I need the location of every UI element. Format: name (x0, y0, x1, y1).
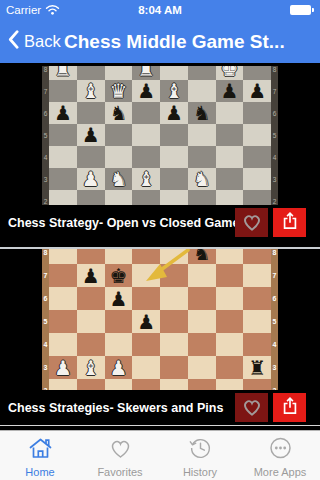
board-square (77, 310, 105, 333)
board-square: ♞ (105, 102, 133, 124)
rank-label: 8 (271, 249, 278, 264)
board-square (49, 146, 77, 168)
board-square (105, 249, 133, 264)
board-square (49, 310, 77, 333)
tab-favorites-label: Favorites (97, 466, 142, 478)
app-screen: Carrier 8:04 AM Back Chess Middle Ga (0, 0, 320, 480)
board-square (188, 310, 216, 333)
rank-label: 3 (42, 168, 49, 190)
board-square: ♚ (105, 264, 133, 287)
board-square (77, 146, 105, 168)
white-r-piece: ♜ (54, 66, 72, 79)
board-square (243, 249, 271, 264)
rank-label: 4 (42, 333, 49, 356)
more-apps-icon (267, 435, 294, 465)
board-square (49, 287, 77, 310)
battery-icon (290, 5, 314, 15)
board-square: ♟ (132, 80, 160, 102)
caption-bar: Chess Strategy- Open vs Closed Games (0, 205, 320, 240)
black-k-piece: ♚ (109, 266, 127, 286)
tab-more-apps-label: More Apps (254, 466, 307, 478)
rank-label: 5 (271, 310, 278, 333)
page-title: Chess Middle Game St... (64, 20, 285, 63)
clock-label: 8:04 AM (0, 4, 320, 16)
tab-history[interactable]: History (160, 431, 240, 480)
board-square: ♟ (77, 168, 105, 190)
board-square: ♞ (105, 168, 133, 190)
board-square (160, 146, 188, 168)
black-p-piece: ♟ (248, 81, 266, 101)
board-square (49, 124, 77, 146)
board-square: ♝ (132, 168, 160, 190)
white-b-piece: ♝ (82, 358, 100, 378)
rank-label: 4 (271, 333, 278, 356)
black-n-piece: ♞ (193, 103, 211, 123)
share-button[interactable] (273, 393, 306, 422)
board-square: ♞ (188, 249, 216, 264)
white-r-piece: ♜ (137, 66, 155, 79)
rank-labels-right: 8765432 (271, 249, 278, 390)
chess-board-thumbnail-2: 8765432 ♞♟♚♟♟♟♝♟♜ 8765432 (42, 249, 278, 390)
white-p-piece: ♟ (109, 358, 127, 378)
board-square (77, 379, 105, 390)
rank-label: 5 (271, 124, 278, 146)
heart-icon (240, 210, 264, 236)
back-chevron-icon (8, 30, 19, 53)
rank-label: 6 (271, 287, 278, 310)
caption-bar: Chess Strategies- Skewers and Pins (0, 390, 320, 425)
share-icon (280, 395, 300, 421)
board-square (49, 168, 77, 190)
board-square (160, 264, 188, 287)
board-square (132, 124, 160, 146)
board-square: ♟ (77, 124, 105, 146)
rank-label: 3 (42, 356, 49, 379)
board-square (216, 333, 244, 356)
board-square (216, 310, 244, 333)
video-title: Chess Strategy- Open vs Closed Games (8, 205, 246, 240)
board-square (243, 264, 271, 287)
board-square (160, 310, 188, 333)
rank-labels-left: 8765432 (42, 249, 49, 390)
board-square (243, 287, 271, 310)
favorite-button[interactable] (235, 208, 268, 237)
rank-label: 7 (42, 80, 49, 102)
rank-label: 6 (42, 102, 49, 124)
board-square: ♚ (216, 66, 244, 80)
board-square (243, 102, 271, 124)
board-square (243, 66, 271, 80)
board-square (49, 264, 77, 287)
white-p-piece: ♟ (54, 358, 72, 378)
board-square (77, 249, 105, 264)
black-p-piece: ♟ (54, 103, 72, 123)
rank-label: 8 (42, 249, 49, 264)
board-square (77, 287, 105, 310)
rank-label: 6 (42, 287, 49, 310)
chess-board-2: ♞♟♚♟♟♟♝♟♜ (49, 249, 271, 390)
tab-favorites[interactable]: Favorites (80, 431, 160, 480)
board-square (105, 124, 133, 146)
rank-label: 2 (271, 379, 278, 390)
board-square: ♟ (243, 80, 271, 102)
board-square (77, 66, 105, 80)
video-card-skewers-and-pins[interactable]: 8765432 ♞♟♚♟♟♟♝♟♜ 8765432 Chess Strategi… (0, 247, 320, 426)
board-square: ♝ (77, 80, 105, 102)
board-square (216, 102, 244, 124)
nav-bar: Back Chess Middle Game St... (0, 20, 320, 63)
board-square (105, 310, 133, 333)
white-b-piece: ♝ (165, 81, 183, 101)
black-p-piece: ♟ (109, 289, 127, 309)
black-n-piece: ♞ (193, 249, 211, 263)
board-square (49, 379, 77, 390)
board-square (160, 168, 188, 190)
back-button[interactable]: Back (8, 20, 61, 63)
tab-home[interactable]: Home (0, 431, 80, 480)
board-square (243, 124, 271, 146)
board-square: ♟ (105, 287, 133, 310)
black-p-piece: ♟ (82, 266, 100, 286)
rank-label: 3 (271, 356, 278, 379)
board-square (216, 124, 244, 146)
board-square (243, 379, 271, 390)
white-b-piece: ♝ (82, 81, 100, 101)
board-square (188, 379, 216, 390)
rank-label: 6 (271, 102, 278, 124)
video-card-open-vs-closed[interactable]: 8765432 ♜♜♚♝♛♟♝♟♟♟♞♟♞♟♟♞♝♞ 8765432 Chess… (0, 66, 320, 240)
board-square: ♝ (77, 356, 105, 379)
board-square: ♟ (49, 356, 77, 379)
heart-icon (240, 395, 264, 421)
board-square (188, 80, 216, 102)
board-square (132, 379, 160, 390)
black-p-piece: ♟ (220, 81, 238, 101)
board-square (216, 168, 244, 190)
board-square (216, 249, 244, 264)
board-square (160, 249, 188, 264)
board-square: ♞ (188, 168, 216, 190)
board-square: ♟ (216, 80, 244, 102)
board-square: ♟ (77, 264, 105, 287)
status-bar: Carrier 8:04 AM (0, 0, 320, 20)
rank-label: 7 (42, 264, 49, 287)
board-square (160, 379, 188, 390)
board-square: ♟ (132, 310, 160, 333)
tab-bar: Home Favorites History (0, 430, 320, 480)
white-n-piece: ♞ (193, 169, 211, 189)
board-square (49, 80, 77, 102)
board-square (132, 102, 160, 124)
board-square: ♜ (243, 356, 271, 379)
rank-label: 5 (42, 124, 49, 146)
board-square (243, 310, 271, 333)
rank-label: 7 (271, 264, 278, 287)
black-p-piece: ♟ (165, 103, 183, 123)
board-square (216, 146, 244, 168)
rank-labels-right: 8765432 (271, 66, 278, 212)
video-list: 8765432 ♜♜♚♝♛♟♝♟♟♟♞♟♞♟♟♞♝♞ 8765432 Chess… (0, 63, 320, 430)
board-square: ♟ (49, 102, 77, 124)
tab-history-label: History (183, 466, 217, 478)
chess-board-1: ♜♜♚♝♛♟♝♟♟♟♞♟♞♟♟♞♝♞ (49, 66, 271, 212)
share-icon (280, 210, 300, 236)
rank-label: 5 (42, 310, 49, 333)
share-button[interactable] (273, 208, 306, 237)
rank-label: 4 (42, 146, 49, 168)
board-square (188, 333, 216, 356)
board-square (132, 356, 160, 379)
board-square (243, 146, 271, 168)
board-square (160, 287, 188, 310)
board-square (77, 333, 105, 356)
white-p-piece: ♟ (82, 169, 100, 189)
board-square (243, 333, 271, 356)
black-p-piece: ♟ (82, 125, 100, 145)
board-square (105, 146, 133, 168)
board-square (243, 168, 271, 190)
black-p-piece: ♟ (137, 81, 155, 101)
board-square (132, 249, 160, 264)
board-square: ♟ (160, 102, 188, 124)
board-square (132, 287, 160, 310)
board-square (132, 333, 160, 356)
board-square (105, 333, 133, 356)
rank-label: 8 (271, 66, 278, 80)
board-square (160, 333, 188, 356)
board-square (216, 356, 244, 379)
rank-label: 2 (42, 379, 49, 390)
board-square: ♜ (132, 66, 160, 80)
back-label: Back (24, 32, 61, 51)
history-clock-icon (187, 435, 214, 465)
white-q-piece: ♛ (109, 81, 127, 101)
heart-outline-icon (107, 435, 134, 465)
board-square (132, 264, 160, 287)
black-r-piece: ♜ (248, 358, 266, 378)
board-square (188, 66, 216, 80)
board-square: ♞ (188, 102, 216, 124)
rank-label: 7 (271, 80, 278, 102)
rank-label: 3 (271, 168, 278, 190)
board-square (77, 102, 105, 124)
rank-label: 4 (271, 146, 278, 168)
white-b-piece: ♝ (137, 169, 155, 189)
board-square (188, 287, 216, 310)
white-k-piece: ♚ (220, 66, 238, 79)
board-square (188, 356, 216, 379)
white-n-piece: ♞ (109, 169, 127, 189)
board-square: ♝ (160, 80, 188, 102)
board-square (160, 356, 188, 379)
board-square (188, 264, 216, 287)
video-title: Chess Strategies- Skewers and Pins (8, 390, 223, 425)
tab-more-apps[interactable]: More Apps (240, 431, 320, 480)
rank-labels-left: 8765432 (42, 66, 49, 212)
board-square (160, 124, 188, 146)
board-square (105, 379, 133, 390)
rank-label: 8 (42, 66, 49, 80)
board-square: ♜ (49, 66, 77, 80)
black-p-piece: ♟ (137, 312, 155, 332)
board-square (105, 66, 133, 80)
black-n-piece: ♞ (109, 103, 127, 123)
home-icon (27, 435, 54, 465)
board-square (49, 333, 77, 356)
board-square (49, 249, 77, 264)
board-square (216, 287, 244, 310)
board-square (216, 264, 244, 287)
board-square: ♟ (105, 356, 133, 379)
board-square (188, 146, 216, 168)
board-square (132, 146, 160, 168)
board-square (188, 124, 216, 146)
tab-home-label: Home (25, 466, 54, 478)
board-square (160, 66, 188, 80)
favorite-button[interactable] (235, 393, 268, 422)
board-square: ♛ (105, 80, 133, 102)
board-square (216, 379, 244, 390)
